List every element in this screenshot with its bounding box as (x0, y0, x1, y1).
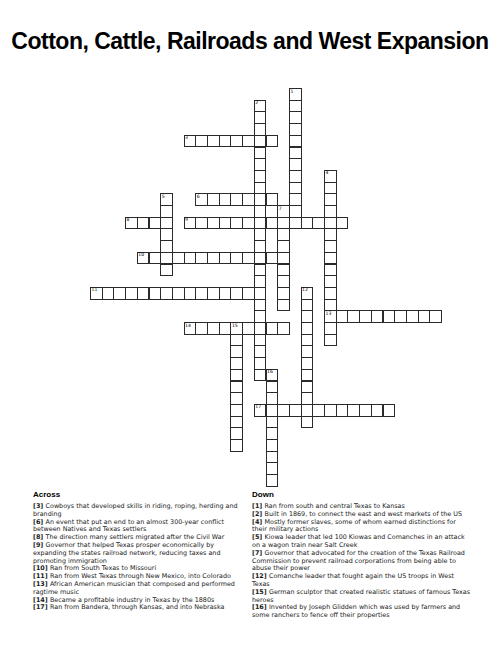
clue-number: [1] (252, 502, 265, 510)
clue-item: [5] Kiowa leader that led 100 Kiowas and… (252, 534, 470, 550)
clue-number: [2] (252, 510, 265, 518)
cell-number: 12 (302, 287, 308, 292)
grid-cell[interactable] (242, 287, 255, 300)
grid-cell[interactable] (242, 193, 255, 206)
grid-cell[interactable] (301, 416, 314, 429)
cell-number: 14 (185, 323, 191, 328)
cell-number: 17 (255, 404, 261, 409)
down-clue-list: [1] Ran from south and central Texas to … (252, 503, 470, 620)
cell-number: 6 (197, 194, 200, 199)
clue-number: [13] (33, 580, 50, 588)
cell-number: 3 (185, 135, 188, 140)
grid-cell[interactable] (160, 264, 173, 277)
clue-number: [16] (252, 603, 269, 611)
clue-item: [16] Invented by Joseph Glidden which wa… (252, 604, 470, 620)
down-header: Down (252, 490, 470, 499)
grid-cell[interactable] (242, 322, 255, 335)
cell-number: 5 (162, 194, 165, 199)
grid-cell[interactable] (242, 135, 255, 148)
across-clue-list: [3] Cowboys that developed skills in rid… (33, 503, 247, 612)
cell-number: 8 (127, 217, 130, 222)
clue-item: [13] African American musician that comp… (33, 581, 247, 597)
grid-cell[interactable] (242, 252, 255, 265)
clue-number: [10] (33, 564, 50, 572)
grid-cell[interactable] (242, 217, 255, 230)
grid-cell[interactable] (266, 252, 279, 265)
clue-item: [6] An event that put an end to an almos… (33, 519, 247, 535)
grid-cell[interactable] (324, 334, 337, 347)
grid-cell[interactable] (429, 310, 442, 323)
clue-number: [9] (33, 541, 46, 549)
cell-number: 10 (138, 252, 144, 257)
grid-cell[interactable] (266, 135, 279, 148)
cell-number: 7 (279, 206, 282, 211)
grid-cell[interactable] (336, 217, 349, 230)
cell-number: 11 (92, 287, 98, 292)
clue-number: [14] (33, 596, 50, 604)
grid-cell[interactable] (230, 439, 243, 452)
clue-number: [4] (252, 518, 265, 526)
down-clues-section: Down [1] Ran from south and central Texa… (252, 490, 470, 620)
crossword-board: 1234135678910111214151617 (90, 88, 455, 488)
clue-item: [3] Cowboys that developed skills in rid… (33, 503, 247, 519)
grid-cell[interactable] (312, 217, 325, 230)
cell-number: 2 (255, 100, 258, 105)
cell-number: 4 (326, 170, 329, 175)
grid-cell[interactable] (266, 474, 279, 487)
across-clues-section: Across [3] Cowboys that developed skills… (33, 490, 247, 612)
cell-number: 1 (290, 89, 293, 94)
grid-cell[interactable] (266, 217, 279, 230)
clue-number: [6] (33, 518, 46, 526)
clue-item: [9] Governor that helped Texas prosper e… (33, 542, 247, 565)
clue-item: [7] Governor that advocated for the crea… (252, 550, 470, 573)
clue-item: [15] German sculptor that created realis… (252, 589, 470, 605)
grid-cell[interactable] (383, 404, 396, 417)
grid-cell[interactable]: 17 (254, 404, 267, 417)
cell-number: 16 (267, 369, 273, 374)
clue-number: [11] (33, 572, 50, 580)
clue-number: [3] (33, 502, 46, 510)
cell-number: 13 (326, 311, 332, 316)
grid-cell[interactable] (149, 217, 162, 230)
grid-cell[interactable] (277, 322, 290, 335)
cell-number: 9 (185, 217, 188, 222)
cell-number: 15 (232, 323, 238, 328)
worksheet-page: Cotton, Cattle, Railroads and West Expan… (0, 0, 500, 647)
grid-cell[interactable] (277, 299, 290, 312)
clue-number: [17] (33, 603, 50, 611)
clue-number: [12] (252, 572, 269, 580)
clue-number: [5] (252, 533, 265, 541)
clue-item: [17] Ran from Bandera, through Kansas, a… (33, 604, 247, 612)
clue-item: [12] Comanche leader that fought again t… (252, 573, 470, 589)
puzzle-title: Cotton, Cattle, Railroads and West Expan… (0, 28, 500, 55)
clue-number: [15] (252, 588, 269, 596)
clue-number: [8] (33, 533, 46, 541)
across-header: Across (33, 490, 247, 499)
grid-cell[interactable] (149, 252, 162, 265)
clue-number: [7] (252, 549, 265, 557)
clue-item: [4] Mostly former slaves, some of whom e… (252, 519, 470, 535)
grid-cell[interactable] (289, 404, 302, 417)
